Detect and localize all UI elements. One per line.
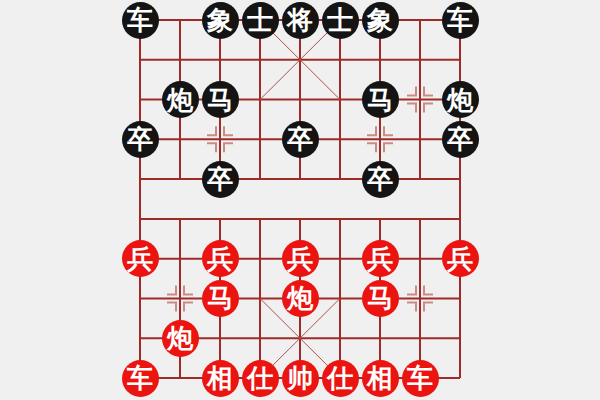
piece-red-soldier[interactable]: 兵 <box>282 240 319 277</box>
piece-red-chariot[interactable]: 车 <box>122 360 159 397</box>
piece-black-soldier[interactable]: 卒 <box>282 121 319 158</box>
xiangqi-board: 车象士将士象车炮马马炮卒卒卒卒卒兵兵兵兵兵马炮马炮车相仕帅仕相车 <box>0 0 600 400</box>
piece-black-elephant[interactable]: 象 <box>202 2 239 39</box>
piece-red-chariot[interactable]: 车 <box>402 360 439 397</box>
piece-red-general[interactable]: 帅 <box>282 360 319 397</box>
piece-black-soldier[interactable]: 卒 <box>122 121 159 158</box>
piece-red-cannon[interactable]: 炮 <box>282 280 319 317</box>
piece-black-advisor[interactable]: 士 <box>242 2 279 39</box>
piece-black-soldier[interactable]: 卒 <box>202 161 239 198</box>
piece-red-soldier[interactable]: 兵 <box>202 240 239 277</box>
piece-red-horse[interactable]: 马 <box>202 280 239 317</box>
piece-black-elephant[interactable]: 象 <box>362 2 399 39</box>
piece-black-chariot[interactable]: 车 <box>442 2 479 39</box>
piece-red-elephant[interactable]: 相 <box>362 360 399 397</box>
piece-black-chariot[interactable]: 车 <box>122 2 159 39</box>
piece-black-advisor[interactable]: 士 <box>322 2 359 39</box>
piece-red-cannon[interactable]: 炮 <box>162 320 199 357</box>
piece-black-horse[interactable]: 马 <box>362 81 399 118</box>
piece-black-cannon[interactable]: 炮 <box>442 81 479 118</box>
piece-red-soldier[interactable]: 兵 <box>362 240 399 277</box>
piece-red-advisor[interactable]: 仕 <box>242 360 279 397</box>
piece-red-soldier[interactable]: 兵 <box>442 240 479 277</box>
piece-black-cannon[interactable]: 炮 <box>162 81 199 118</box>
piece-red-elephant[interactable]: 相 <box>202 360 239 397</box>
piece-red-advisor[interactable]: 仕 <box>322 360 359 397</box>
piece-black-soldier[interactable]: 卒 <box>362 161 399 198</box>
piece-red-soldier[interactable]: 兵 <box>122 240 159 277</box>
pieces-layer: 车象士将士象车炮马马炮卒卒卒卒卒兵兵兵兵兵马炮马炮车相仕帅仕相车 <box>0 0 600 400</box>
piece-black-general[interactable]: 将 <box>282 2 319 39</box>
piece-red-horse[interactable]: 马 <box>362 280 399 317</box>
piece-black-soldier[interactable]: 卒 <box>442 121 479 158</box>
piece-black-horse[interactable]: 马 <box>202 81 239 118</box>
